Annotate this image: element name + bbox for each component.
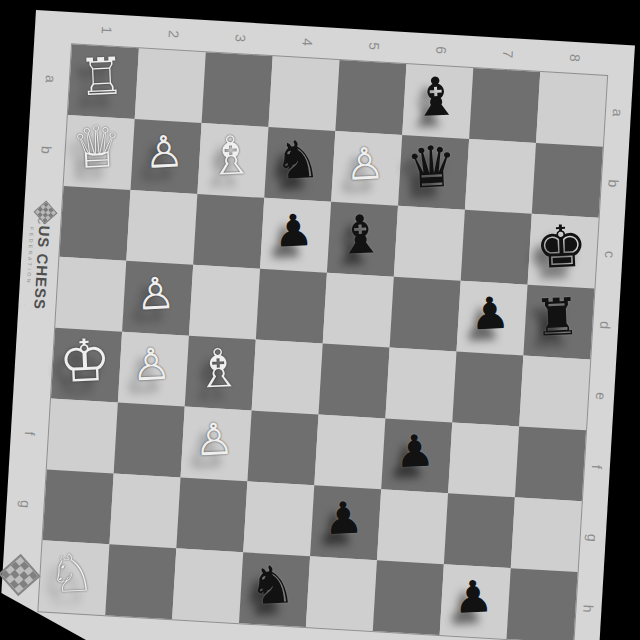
square-a4[interactable] [268,56,339,131]
square-a5[interactable] [335,60,406,135]
square-d3[interactable] [189,265,260,340]
piece-white-pawn[interactable]: ♙ [344,141,385,187]
square-g6[interactable] [377,489,448,564]
logo-brand-text: US CHESS [31,225,53,311]
square-b1[interactable]: ♕ [64,115,135,190]
piece-black-queen[interactable]: ♛ [405,138,459,197]
file-label-right-c: c [601,250,617,258]
square-d1[interactable] [55,257,126,332]
square-h4[interactable]: ♞ [239,552,310,627]
piece-black-pawn[interactable]: ♟ [394,428,435,474]
rank-label-4: 4 [299,38,315,47]
piece-black-pawn[interactable]: ♟ [469,290,510,336]
square-g4[interactable] [243,481,314,556]
file-label-left-g: g [17,499,33,508]
square-b5[interactable]: ♙ [331,131,402,206]
rank-label-7: 7 [499,50,515,59]
square-g2[interactable] [109,473,180,548]
square-g5[interactable]: ♟ [310,485,381,560]
square-c8[interactable]: ♚ [528,214,599,289]
square-h8[interactable] [507,568,578,640]
file-label-right-f: f [589,464,605,469]
square-g1[interactable] [43,469,114,544]
file-label-left-f: f [22,430,38,435]
square-h1[interactable]: ♘ [38,540,109,615]
square-h3[interactable] [172,548,243,623]
square-h6[interactable] [373,560,444,635]
piece-black-pawn[interactable]: ♟ [452,574,493,620]
square-c1[interactable] [59,186,130,261]
square-f6[interactable]: ♟ [381,418,452,493]
piece-black-king[interactable]: ♚ [534,216,589,276]
rank-label-8: 8 [566,54,582,63]
file-label-right-a: a [610,108,626,117]
square-a3[interactable] [202,52,273,127]
square-c4[interactable]: ♟ [260,198,331,273]
square-f5[interactable] [314,414,385,489]
square-b8[interactable] [532,143,603,218]
square-c6[interactable] [394,206,465,281]
square-c5[interactable]: ♝ [327,202,398,277]
square-f2[interactable] [114,403,185,478]
square-a8[interactable] [536,72,607,147]
square-f7[interactable] [448,422,519,497]
piece-black-knight[interactable]: ♞ [248,558,297,612]
square-d5[interactable] [323,273,394,348]
square-e3[interactable]: ♗ [185,336,256,411]
file-label-right-e: e [593,391,609,400]
piece-black-bishop[interactable]: ♝ [411,69,461,124]
square-e6[interactable] [385,348,456,423]
piece-black-rook[interactable]: ♜ [533,291,581,344]
square-c3[interactable] [193,194,264,269]
piece-black-knight[interactable]: ♞ [273,132,322,186]
square-e1[interactable]: ♔ [51,328,122,403]
square-e5[interactable] [319,344,390,419]
file-label-right-g: g [584,533,600,542]
square-a6[interactable]: ♝ [402,64,473,139]
photo-canvas: 12345678 abcfg abcdefgh ♖♝♕♙♗♞♙♛♟♝♚♙♟♜♔♙… [0,0,640,640]
file-label-left-a: a [43,74,59,83]
file-label-left-b: b [39,145,55,154]
square-b6[interactable]: ♛ [398,135,469,210]
square-f3[interactable]: ♙ [181,407,252,482]
square-d6[interactable] [390,277,461,352]
square-h2[interactable] [105,544,176,619]
piece-white-rook[interactable]: ♖ [77,50,125,103]
rank-label-3: 3 [232,34,248,43]
square-b3[interactable]: ♗ [197,123,268,198]
square-f1[interactable] [47,399,118,474]
square-a2[interactable] [135,48,206,123]
square-a7[interactable] [469,68,540,143]
piece-black-pawn[interactable]: ♟ [273,208,314,254]
us-chess-diamond-icon [34,200,58,224]
square-d8[interactable]: ♜ [523,285,594,360]
square-g3[interactable] [176,477,247,552]
square-d2[interactable]: ♙ [122,261,193,336]
square-e2[interactable]: ♙ [118,332,189,407]
board-grid: ♖♝♕♙♗♞♙♛♟♝♚♙♟♜♔♙♗♙♟♟♘♞♟ [38,44,607,640]
square-e8[interactable] [519,356,590,431]
square-c2[interactable] [126,190,197,265]
piece-black-pawn[interactable]: ♟ [323,495,364,541]
file-label-right-d: d [597,320,613,329]
square-e7[interactable] [452,352,523,427]
square-h7[interactable]: ♟ [440,564,511,639]
square-b7[interactable] [465,139,536,214]
square-c7[interactable] [461,210,532,285]
file-label-right-b: b [606,179,622,188]
piece-black-bishop[interactable]: ♝ [335,207,385,262]
chess-board: 12345678 abcfg abcdefgh ♖♝♕♙♗♞♙♛♟♝♚♙♟♜♔♙… [0,10,635,640]
rank-label-5: 5 [366,42,382,51]
square-e4[interactable] [252,340,323,415]
piece-white-pawn[interactable]: ♙ [193,416,234,462]
piece-white-pawn[interactable]: ♙ [143,129,184,175]
square-g7[interactable] [444,493,515,568]
square-f4[interactable] [247,410,318,485]
piece-white-queen[interactable]: ♕ [70,118,124,177]
piece-white-bishop[interactable]: ♗ [206,128,256,183]
square-b2[interactable]: ♙ [130,119,201,194]
piece-white-bishop[interactable]: ♗ [193,341,243,396]
square-d4[interactable] [256,269,327,344]
piece-white-king[interactable]: ♔ [57,330,112,390]
square-g8[interactable] [511,497,582,572]
piece-white-pawn[interactable]: ♙ [130,341,171,387]
piece-white-pawn[interactable]: ♙ [135,270,176,316]
square-b4[interactable]: ♞ [264,127,335,202]
square-h5[interactable] [306,556,377,631]
rank-label-6: 6 [433,46,449,55]
file-label-right-h: h [580,604,596,613]
piece-white-knight[interactable]: ♘ [47,546,96,600]
rank-label-1: 1 [98,26,114,35]
square-f8[interactable] [515,426,586,501]
square-a1[interactable]: ♖ [68,44,139,119]
rank-label-2: 2 [165,30,181,39]
square-d7[interactable]: ♟ [456,281,527,356]
